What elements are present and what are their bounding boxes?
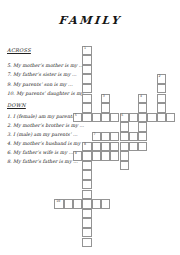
grid-cell-r10c6[interactable]	[110, 142, 119, 152]
grid-cell-r9c5[interactable]	[101, 132, 110, 142]
grid-cell-r7c5[interactable]	[101, 113, 110, 123]
clue-number-3: 3	[103, 95, 105, 98]
grid-cell-r9c8[interactable]	[129, 132, 138, 142]
grid-cell-r11c4[interactable]	[92, 151, 101, 161]
clue-number-9: 9	[75, 152, 77, 155]
grid-cell-r7c11[interactable]	[157, 113, 166, 123]
grid-cell-r10c9[interactable]	[138, 142, 147, 152]
grid-cell-r6c3[interactable]	[82, 103, 91, 113]
grid-cell-r2c3[interactable]	[82, 65, 91, 75]
grid-cell-r7c12[interactable]	[166, 113, 175, 123]
grid-cell-r3c11[interactable]: 2	[157, 74, 166, 84]
grid-cell-r10c7[interactable]	[120, 142, 129, 152]
grid-cell-r7c3[interactable]	[82, 113, 91, 123]
clue-number-10: 10	[56, 200, 60, 203]
grid-cell-r13c3[interactable]	[82, 170, 91, 180]
grid-cell-r17c3[interactable]	[82, 209, 91, 219]
grid-cell-r19c3[interactable]	[82, 228, 91, 238]
grid-cell-r5c5[interactable]: 3	[101, 94, 110, 104]
grid-cell-r15c3[interactable]	[82, 190, 91, 200]
grid-cell-r16c5[interactable]	[101, 199, 110, 209]
grid-cell-r16c4[interactable]	[92, 199, 101, 209]
grid-cell-r7c7[interactable]: 6	[120, 113, 129, 123]
grid-cell-r6c9[interactable]	[138, 103, 147, 113]
grid-cell-r16c3[interactable]	[82, 199, 91, 209]
grid-cell-r7c10[interactable]	[147, 113, 156, 123]
grid-cell-r6c11[interactable]	[157, 103, 166, 113]
clue-number-5: 5	[75, 114, 77, 117]
grid-cell-r20c3[interactable]	[82, 238, 91, 248]
clue-number-8: 8	[84, 143, 86, 146]
grid-cell-r14c3[interactable]	[82, 180, 91, 190]
grid-cell-r10c4[interactable]	[92, 142, 101, 152]
grid-cell-r7c9[interactable]	[138, 113, 147, 123]
clue-number-4: 4	[140, 95, 142, 98]
grid-cell-r11c5[interactable]	[101, 151, 110, 161]
grid-cell-r9c4[interactable]: 7	[92, 132, 101, 142]
clue-number-6: 6	[121, 114, 123, 117]
grid-cell-r7c6[interactable]	[110, 113, 119, 123]
grid-cell-r12c3[interactable]	[82, 161, 91, 171]
grid-cell-r5c11[interactable]	[157, 94, 166, 104]
grid-cell-r18c3[interactable]	[82, 218, 91, 228]
grid-cell-r5c9[interactable]: 4	[138, 94, 147, 104]
grid-cell-r4c11[interactable]	[157, 84, 166, 94]
grid-cell-r0c3[interactable]: 1	[82, 46, 91, 56]
grid-cell-r11c3[interactable]	[82, 151, 91, 161]
grid-cell-r4c3[interactable]	[82, 84, 91, 94]
grid-cell-r6c5[interactable]	[101, 103, 110, 113]
grid-cell-r9c6[interactable]	[110, 132, 119, 142]
grid-cell-r11c6[interactable]	[110, 151, 119, 161]
grid-cell-r11c7[interactable]	[120, 151, 129, 161]
worksheet-page: FAMILY ACROSS 5. My mother’s mother is m…	[0, 0, 180, 255]
grid-cell-r16c2[interactable]	[73, 199, 82, 209]
grid-cell-r7c2[interactable]: 5	[73, 113, 82, 123]
clue-number-2: 2	[158, 75, 160, 78]
grid-cell-r9c9[interactable]	[138, 132, 147, 142]
clue-number-1: 1	[84, 47, 86, 50]
grid-cell-r16c1[interactable]	[64, 199, 73, 209]
grid-cell-r10c3[interactable]: 8	[82, 142, 91, 152]
grid-cell-r1c3[interactable]	[82, 55, 91, 65]
clue-number-7: 7	[93, 133, 95, 136]
crossword-grid: 12345678910	[0, 0, 180, 255]
grid-cell-r16c0[interactable]: 10	[54, 199, 63, 209]
grid-cell-r5c3[interactable]	[82, 94, 91, 104]
grid-cell-r8c7[interactable]	[120, 122, 129, 132]
grid-cell-r8c9[interactable]	[138, 122, 147, 132]
grid-cell-r7c8[interactable]	[129, 113, 138, 123]
grid-cell-r10c5[interactable]	[101, 142, 110, 152]
grid-cell-r10c8[interactable]	[129, 142, 138, 152]
grid-cell-r7c4[interactable]	[92, 113, 101, 123]
grid-cell-r3c3[interactable]	[82, 74, 91, 84]
grid-cell-r11c2[interactable]: 9	[73, 151, 82, 161]
grid-cell-r12c7[interactable]	[120, 161, 129, 171]
grid-cell-r9c7[interactable]	[120, 132, 129, 142]
